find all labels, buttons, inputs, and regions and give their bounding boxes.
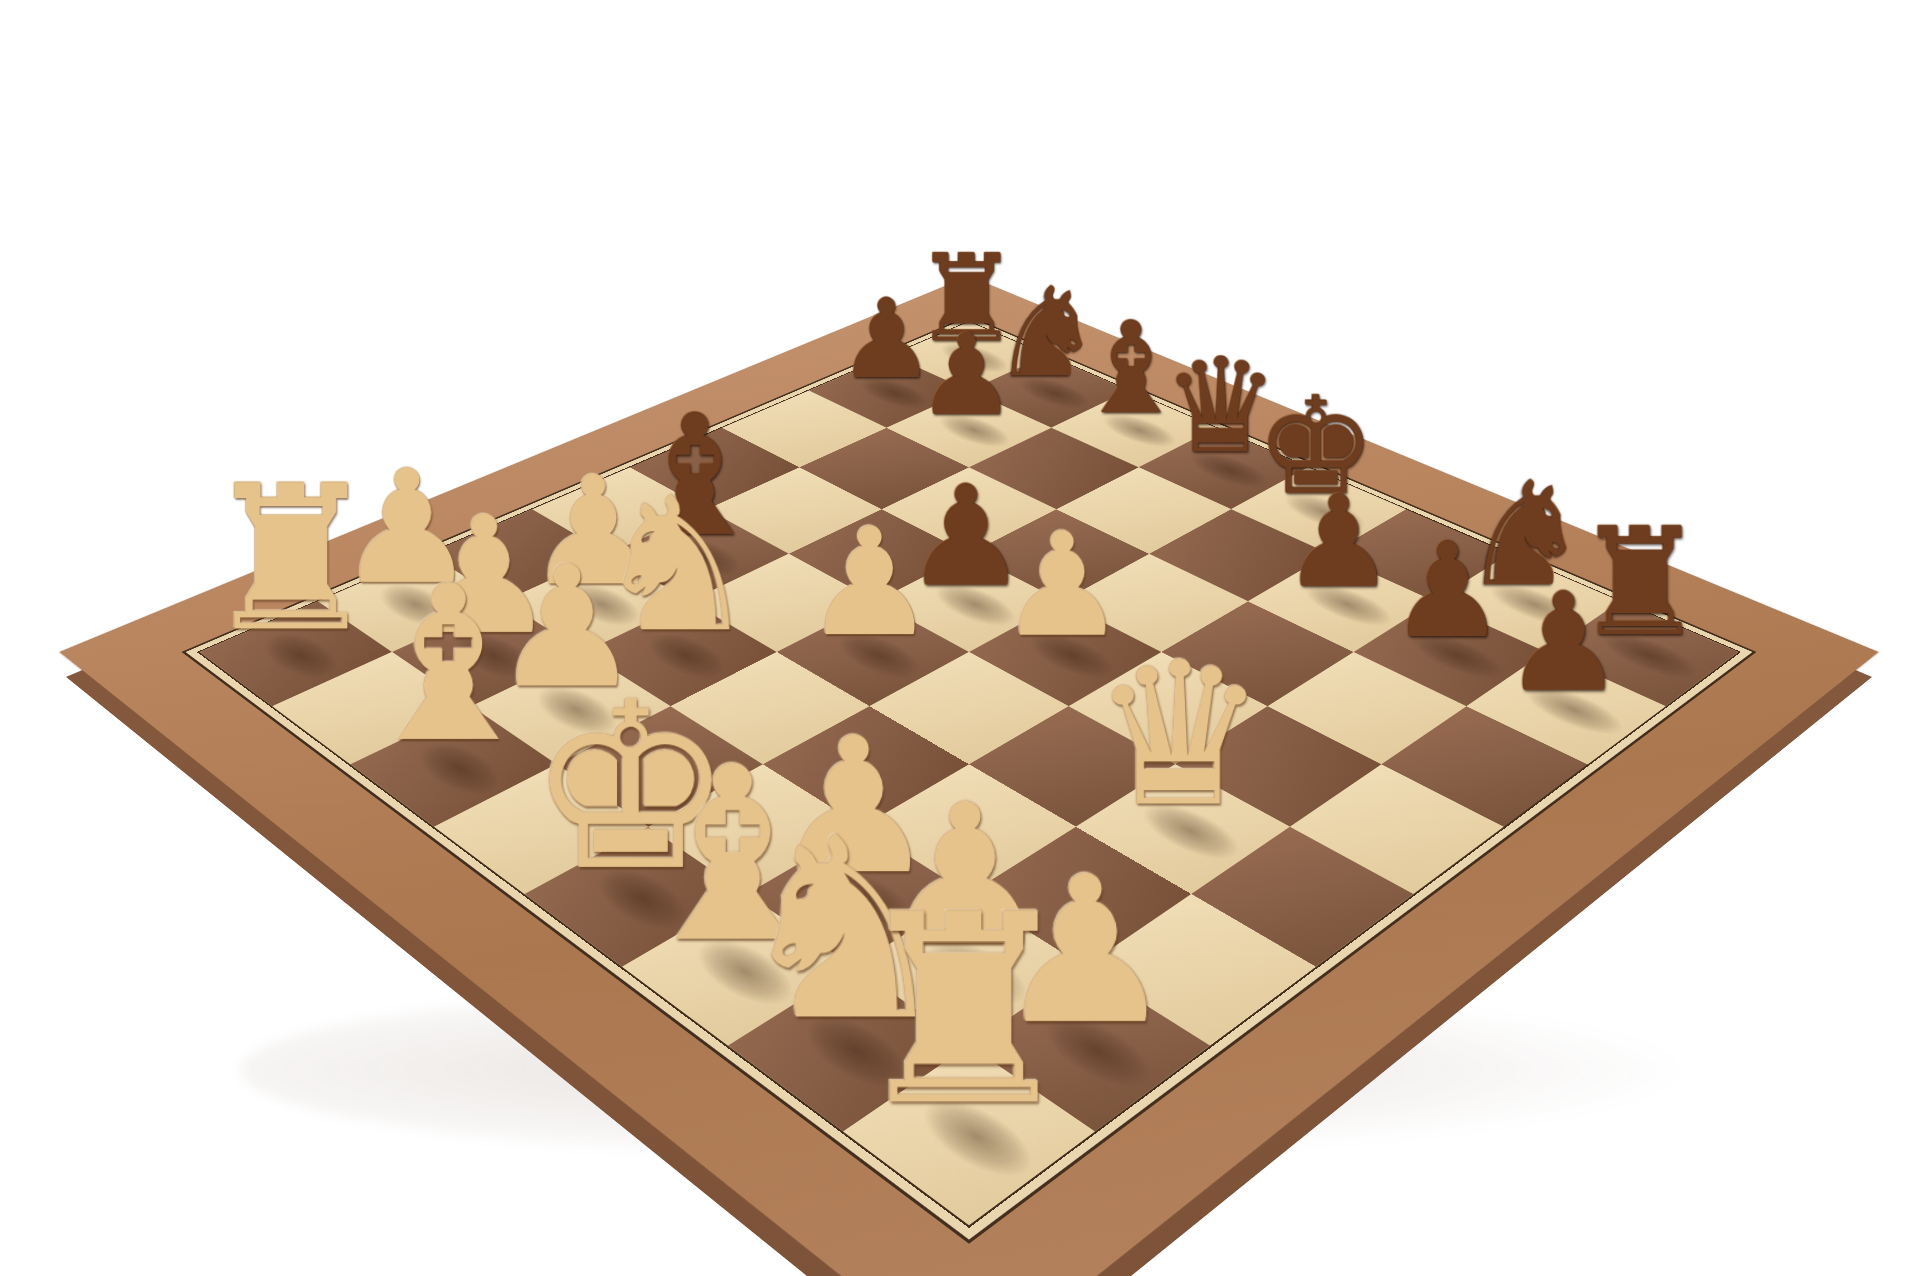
piece-white-bishop-c1[interactable]: ♝: [352, 563, 545, 767]
piece-black-pawn-b7[interactable]: ♟: [916, 322, 1017, 429]
square-h1[interactable]: ♜: [843, 1046, 1094, 1225]
piece-black-pawn-f7[interactable]: ♟: [1282, 482, 1396, 602]
piece-white-queen-g4[interactable]: ♛: [1090, 641, 1268, 829]
chess-board: ♜♞♝♛♚♞♜♟♟♟♟♟♟♟♝♟♛♟♞♟♟♟♟♟♟♜♝♚♝♞♜: [60, 276, 1879, 1276]
photo-background: ♜♞♝♛♚♞♜♟♟♟♟♟♟♟♝♟♛♟♞♟♟♟♟♟♟♜♝♚♝♞♜: [0, 0, 1920, 1276]
piece-white-pawn-d4[interactable]: ♟: [803, 512, 937, 654]
piece-black-pawn-g7[interactable]: ♟: [1389, 529, 1507, 654]
pawn-glyph: ♟: [1389, 514, 1507, 667]
pawn-glyph: ♟: [916, 309, 1017, 440]
bishop-glyph: ♝: [352, 539, 545, 789]
pawn-glyph: ♟: [1503, 563, 1625, 721]
piece-white-rook-h1[interactable]: ♜: [846, 886, 1081, 1135]
piece-black-pawn-h7[interactable]: ♟: [1503, 579, 1625, 708]
pawn-glyph: ♟: [1282, 468, 1396, 616]
pawn-glyph: ♟: [803, 496, 937, 669]
square-g6[interactable]: [1268, 652, 1467, 764]
rook-glyph: ♜: [846, 857, 1081, 1162]
queen-glyph: ♛: [1090, 620, 1268, 851]
